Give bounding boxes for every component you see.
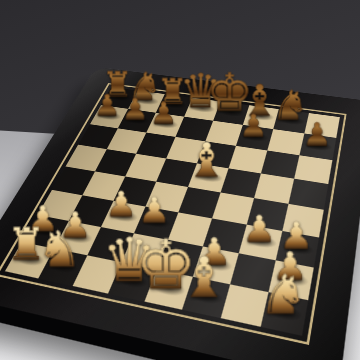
- square-g1: [221, 284, 269, 326]
- chess-set-photo: ♜♞♜♛♚♝♞♟♟♟♟♟♝♟♟♟♟♟♟♟♟♜♞♛♚♝♞: [0, 0, 360, 360]
- square-a3: [37, 190, 82, 221]
- square-g2: [230, 253, 276, 292]
- square-c2: [87, 227, 134, 262]
- square-b1: [38, 249, 87, 286]
- square-e4: [178, 187, 220, 218]
- square-b2: [54, 221, 101, 255]
- square-g3: [239, 225, 283, 261]
- square-d2: [122, 233, 168, 269]
- square-e3: [168, 212, 212, 246]
- square-g5: [254, 173, 294, 203]
- square-f4: [212, 192, 254, 224]
- square-b3: [69, 195, 114, 227]
- square-a2: [22, 215, 69, 249]
- square-h1: [261, 292, 308, 336]
- square-g4: [247, 198, 289, 231]
- square-f5: [221, 168, 261, 198]
- square-f3: [203, 218, 247, 253]
- square-e2: [157, 240, 203, 277]
- square-h6: [294, 155, 332, 184]
- square-a1: [5, 242, 54, 278]
- square-c3: [101, 201, 146, 234]
- square-f1: [182, 277, 230, 318]
- square-h4: [282, 204, 323, 238]
- square-e5: [188, 163, 229, 192]
- square-d3: [134, 207, 178, 240]
- square-f2: [193, 246, 239, 284]
- square-h2: [269, 260, 314, 300]
- square-c1: [73, 255, 122, 293]
- square-h5: [288, 179, 328, 210]
- square-h3: [276, 231, 319, 268]
- square-e1: [144, 269, 192, 309]
- square-d1: [108, 262, 157, 301]
